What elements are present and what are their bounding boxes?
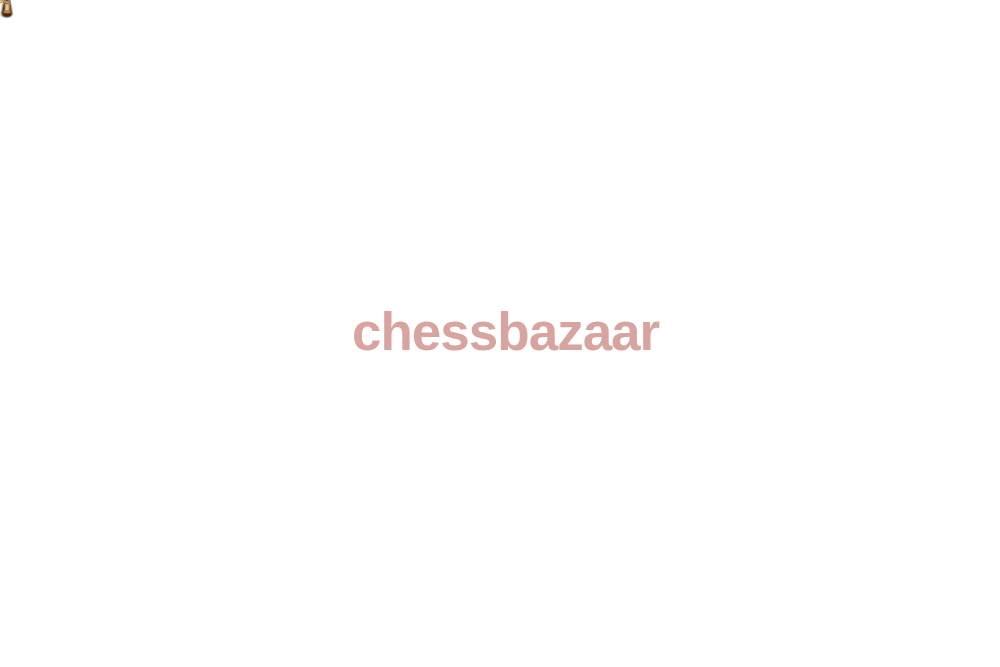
piece-white-rook-h1[interactable]: ♜ — [3, 0, 12, 16]
chess-set-product-photo: 1122334455667788aabbccddeeffgghh ♜♞♝♚♛♝♞… — [0, 0, 1000, 667]
piece-layer: ♜♞♝♚♛♝♞♜♟♟♟♟♟♟♟♟♟♟♟♟♟♟♟♟♜♞♝♚♛♝♞♜ — [0, 0, 1000, 667]
